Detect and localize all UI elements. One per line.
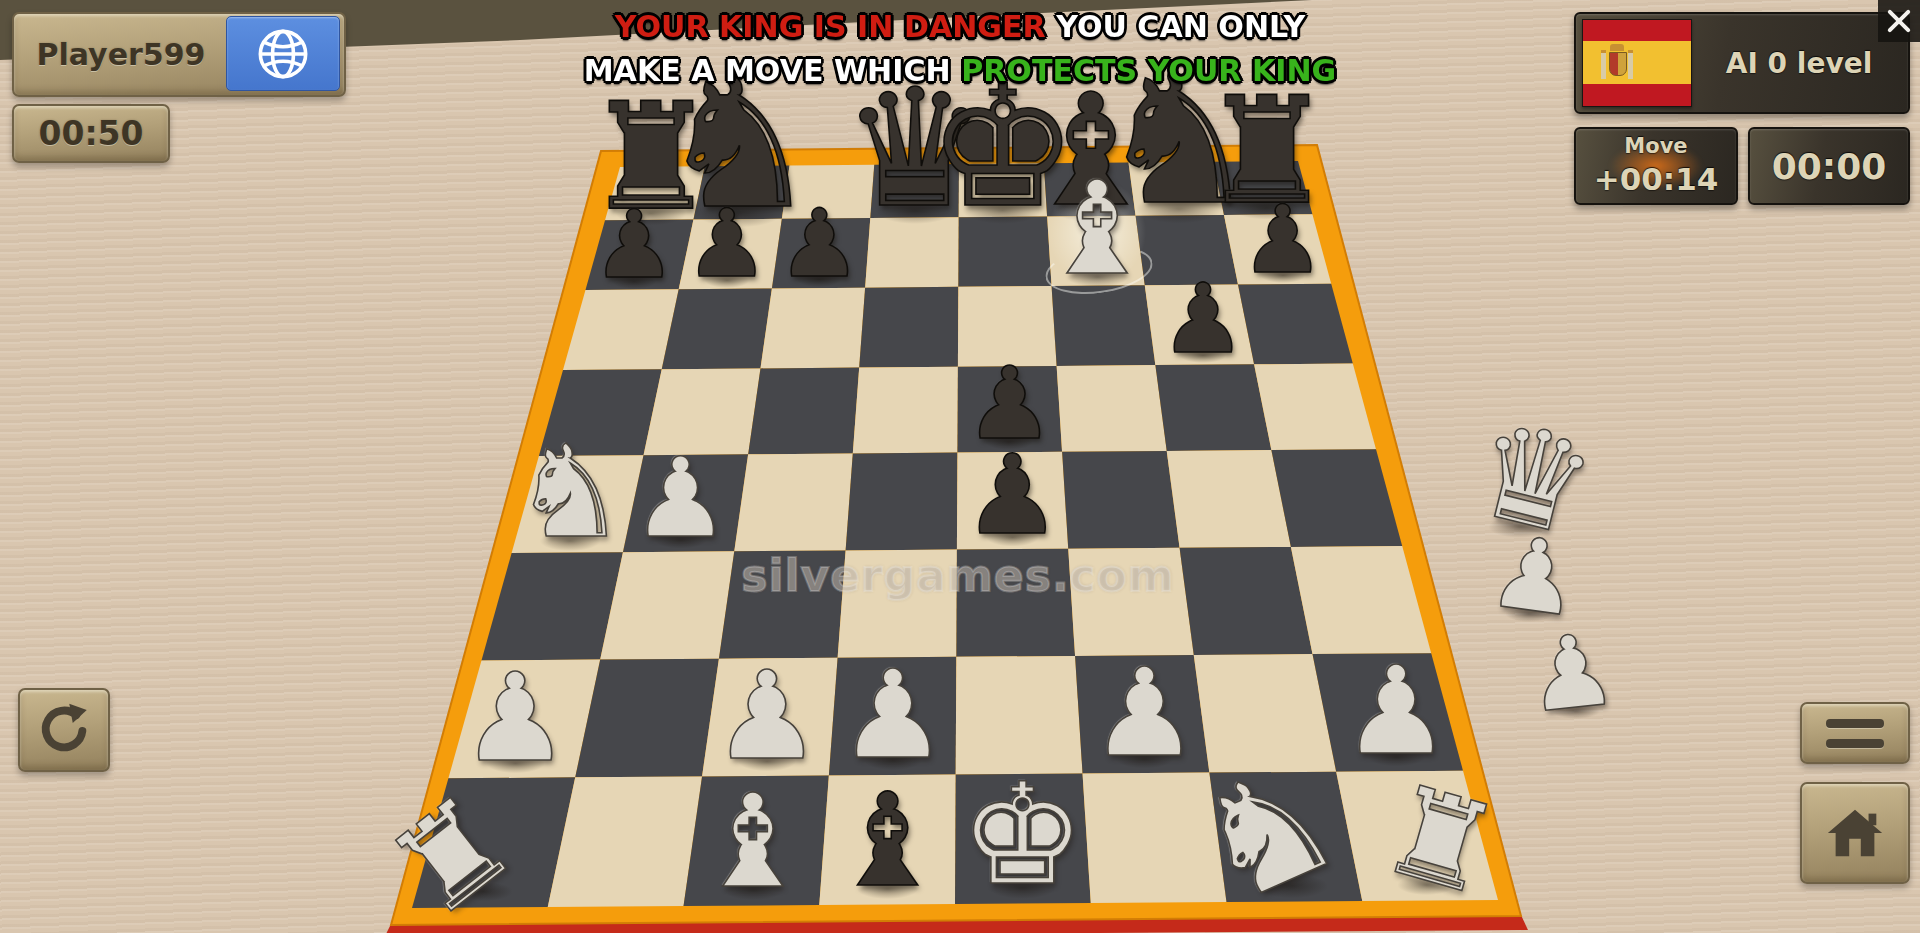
banner-protect-text: PROTECTS YOUR KING [961,52,1336,88]
piece-bp-b7[interactable]: ♟ [685,198,769,292]
square-f5[interactable] [1057,365,1167,452]
piece-wp-a2[interactable]: ♟ [461,656,570,778]
check-warning-banner: YOUR KING IS IN DANGER YOU CAN ONLY MAKE… [572,4,1348,92]
square-b2[interactable] [575,659,719,778]
square-c5[interactable] [748,368,859,455]
piece-bp-a7[interactable]: ♟ [592,199,676,293]
language-globe-button[interactable] [226,16,340,91]
banner-line2-start: MAKE A MOVE WHICH [584,52,961,88]
square-g3[interactable] [1180,547,1313,655]
piece-wp-f2[interactable]: ♟ [1090,652,1199,774]
ai-panel: AI 0 level [1574,12,1910,114]
banner-line-1: YOUR KING IS IN DANGER YOU CAN ONLY [572,4,1348,48]
move-time: +00:14 [1576,161,1736,197]
square-d6[interactable] [859,287,958,368]
globe-icon [254,25,312,83]
captured-white-p-3[interactable]: ♟ [1522,619,1622,728]
flag-shield [1609,52,1627,76]
player-clock-panel: 00:50 [12,104,170,163]
piece-wp-d2[interactable]: ♟ [838,653,947,775]
piece-bp-h7[interactable]: ♟ [1240,193,1324,287]
player-name: Player599 [14,14,228,95]
piece-bp-g6[interactable]: ♟ [1160,271,1246,367]
undo-button[interactable] [18,688,110,772]
menu-button[interactable] [1800,702,1910,764]
menu-icon [1826,719,1884,728]
piece-wk-e1[interactable]: ♚ [960,765,1086,905]
menu-icon-bar2 [1826,739,1884,748]
banner-danger-text: YOUR KING IS IN DANGER [615,8,1046,44]
flag-pillar-left [1601,50,1606,79]
home-icon [1824,802,1886,864]
piece-wp-c2[interactable]: ♟ [712,654,821,776]
square-b6[interactable] [662,288,772,369]
piece-wn-a4[interactable]: ♞ [513,429,627,556]
piece-wp-b4[interactable]: ♟ [631,443,730,553]
close-button[interactable] [1878,0,1920,42]
piece-bp-c7[interactable]: ♟ [777,197,861,291]
game-screen: ♜♞♛♚♝♞♜♟♟♟♝♟♟♟♞♟♟♟♟♟♟♟♜♝♝♚♞♜♛♟♟ silverga… [0,0,1920,933]
square-c6[interactable] [760,288,865,369]
square-d5[interactable] [853,367,958,454]
square-c4[interactable] [734,453,853,551]
piece-wb-f7[interactable]: ♝ [1040,164,1155,293]
banner-line-2: MAKE A MOVE WHICH PROTECTS YOUR KING [572,48,1348,92]
ai-clock: 00:00 [1772,146,1887,187]
piece-bp-e4[interactable]: ♟ [963,441,1062,551]
home-button[interactable] [1800,782,1910,884]
square-f4[interactable] [1062,451,1179,549]
spain-flag [1582,19,1692,107]
move-label: Move [1576,134,1736,158]
flag-pillar-right [1628,50,1633,79]
flag-stripes [1583,20,1691,106]
ai-level-label: AI 0 level [1696,14,1902,112]
square-g4[interactable] [1167,450,1291,548]
square-d4[interactable] [846,453,958,551]
flag-crown [1610,44,1624,51]
site-watermark: silvergames.com [741,550,1175,601]
square-g5[interactable] [1155,364,1271,451]
player-clock: 00:50 [38,114,143,153]
banner-line1-rest: YOU CAN ONLY [1046,8,1306,44]
square-b3[interactable] [600,551,734,659]
piece-wp-h2[interactable]: ♟ [1342,650,1451,772]
move-timer-panel: Move +00:14 [1574,127,1738,205]
undo-arrow-icon [36,702,92,758]
piece-wb-c1[interactable]: ♝ [695,777,810,906]
ai-clock-panel: 00:00 [1748,127,1910,205]
piece-bb-d1[interactable]: ♝ [830,776,945,905]
